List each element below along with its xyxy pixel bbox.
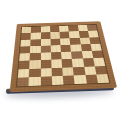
board-square	[52, 76, 64, 85]
board-grid	[17, 25, 109, 87]
chess-board	[10, 21, 117, 92]
board-frame	[16, 24, 111, 87]
product-photo	[0, 0, 120, 119]
board-square	[40, 76, 52, 85]
board-square	[29, 77, 41, 86]
board-square	[17, 77, 29, 86]
board-square	[96, 74, 109, 83]
